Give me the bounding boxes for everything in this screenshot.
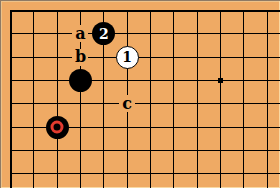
cell-B13[interactable] [22,139,45,162]
cell-E17[interactable] [92,46,115,69]
cell-G14[interactable] [139,115,162,138]
cell-B15[interactable] [22,92,45,115]
cell-J14[interactable] [185,115,208,138]
cell-D12[interactable] [69,162,92,185]
cell-H16[interactable] [162,69,185,92]
cell-B17[interactable] [22,46,45,69]
cell-H14[interactable] [162,115,185,138]
cell-E16[interactable] [92,69,115,92]
cell-H17[interactable] [162,46,185,69]
cell-J13[interactable] [185,139,208,162]
cell-L17[interactable] [232,46,255,69]
cell-C17[interactable] [46,46,69,69]
cell-J12[interactable] [185,162,208,185]
cell-F16[interactable] [115,69,138,92]
cell-D15[interactable] [69,92,92,115]
cell-E18[interactable]: 2 [92,22,115,45]
cell-L13[interactable] [232,139,255,162]
cell-F13[interactable] [115,139,138,162]
cell-E12[interactable] [92,162,115,185]
cell-E19[interactable] [92,0,115,22]
cell-A18[interactable] [0,22,22,45]
cell-L16[interactable] [232,69,255,92]
cell-D17[interactable]: b [69,46,92,69]
cell-C18[interactable] [46,22,69,45]
cell-G19[interactable] [139,0,162,22]
cell-G16[interactable] [139,69,162,92]
go-board-grid: a2b1c [0,0,279,185]
cell-B14[interactable] [22,115,45,138]
black-stone-2: 2 [92,22,115,45]
cell-G18[interactable] [139,22,162,45]
circle-marker [51,121,64,134]
cell-L14[interactable] [232,115,255,138]
cell-M15[interactable] [255,92,278,115]
cell-K15[interactable] [209,92,232,115]
cell-C16[interactable] [46,69,69,92]
cell-F12[interactable] [115,162,138,185]
cell-C12[interactable] [46,162,69,185]
cell-E14[interactable] [92,115,115,138]
cell-D16[interactable] [69,69,92,92]
cell-A17[interactable] [0,46,22,69]
cell-F14[interactable] [115,115,138,138]
cell-C15[interactable] [46,92,69,115]
cell-M18[interactable] [255,22,278,45]
cell-H19[interactable] [162,0,185,22]
black-stone [69,69,92,92]
cell-K16[interactable] [209,69,232,92]
cell-H12[interactable] [162,162,185,185]
cell-G12[interactable] [139,162,162,185]
go-board: a2b1c [0,0,280,188]
cell-H15[interactable] [162,92,185,115]
cell-M13[interactable] [255,139,278,162]
cell-C19[interactable] [46,0,69,22]
cell-D19[interactable] [69,0,92,22]
black-stone [46,116,69,139]
cell-M16[interactable] [255,69,278,92]
cell-E13[interactable] [92,139,115,162]
cell-B18[interactable] [22,22,45,45]
cell-A19[interactable] [0,0,22,22]
cell-F17[interactable]: 1 [115,46,138,69]
star-point [218,78,223,83]
cell-K18[interactable] [209,22,232,45]
cell-L12[interactable] [232,162,255,185]
cell-H13[interactable] [162,139,185,162]
cell-C14[interactable] [46,115,69,138]
cell-M12[interactable] [255,162,278,185]
cell-F15[interactable]: c [115,92,138,115]
cell-B12[interactable] [22,162,45,185]
cell-M17[interactable] [255,46,278,69]
cell-J19[interactable] [185,0,208,22]
cell-J17[interactable] [185,46,208,69]
cell-B16[interactable] [22,69,45,92]
point-label-a: a [72,25,88,42]
cell-J18[interactable] [185,22,208,45]
cell-G15[interactable] [139,92,162,115]
cell-J15[interactable] [185,92,208,115]
white-stone-1: 1 [116,46,139,69]
cell-G13[interactable] [139,139,162,162]
cell-D13[interactable] [69,139,92,162]
cell-M19[interactable] [255,0,278,22]
cell-C13[interactable] [46,139,69,162]
cell-H18[interactable] [162,22,185,45]
cell-A14[interactable] [0,115,22,138]
cell-D14[interactable] [69,115,92,138]
cell-E15[interactable] [92,92,115,115]
cell-L15[interactable] [232,92,255,115]
cell-F18[interactable] [115,22,138,45]
cell-A15[interactable] [0,92,22,115]
cell-L18[interactable] [232,22,255,45]
cell-F19[interactable] [115,0,138,22]
cell-L19[interactable] [232,0,255,22]
cell-M14[interactable] [255,115,278,138]
cell-A13[interactable] [0,139,22,162]
cell-K19[interactable] [209,0,232,22]
cell-K12[interactable] [209,162,232,185]
cell-B19[interactable] [22,0,45,22]
cell-D18[interactable]: a [69,22,92,45]
point-label-c: c [119,95,135,112]
cell-A12[interactable] [0,162,22,185]
cell-K14[interactable] [209,115,232,138]
cell-G17[interactable] [139,46,162,69]
cell-A16[interactable] [0,69,22,92]
cell-J16[interactable] [185,69,208,92]
point-label-b: b [72,49,88,66]
cell-K13[interactable] [209,139,232,162]
cell-K17[interactable] [209,46,232,69]
